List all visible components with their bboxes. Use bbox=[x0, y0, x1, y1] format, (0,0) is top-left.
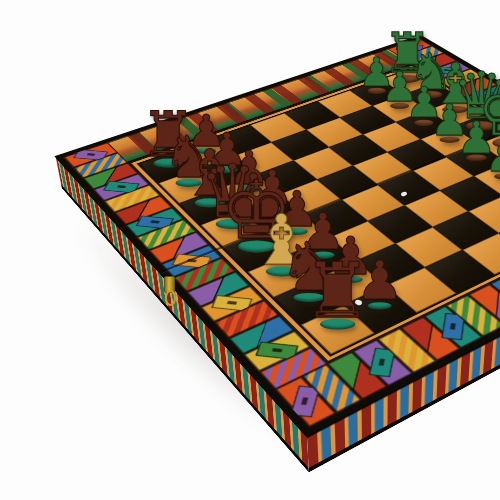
photo-stage: ♜♞♝♛♚♝♞♜♟♟♟♟♟♟♟♟♟♟♟♟♟♟♟♟♜♞♝♛♚♝♞♜ bbox=[0, 0, 500, 500]
piece-glyph: ♟ bbox=[484, 133, 500, 179]
piece-black-pawn[interactable]: ♟ bbox=[484, 133, 500, 179]
piece-white-rook[interactable]: ♜ bbox=[303, 252, 371, 328]
pieces-layer: ♜♞♝♛♚♝♞♜♟♟♟♟♟♟♟♟♟♟♟♟♟♟♟♟♜♞♝♛♚♝♞♜ bbox=[0, 0, 500, 500]
piece-glyph: ♜ bbox=[303, 252, 371, 328]
brass-clasp[interactable] bbox=[164, 276, 175, 293]
